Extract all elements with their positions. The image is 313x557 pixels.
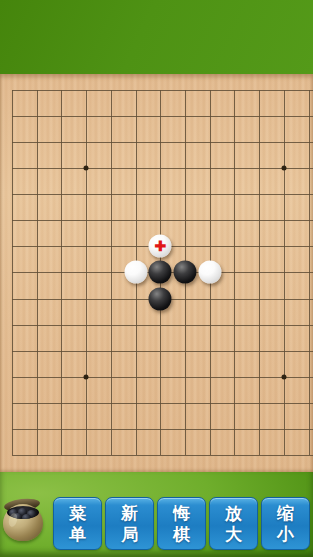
star-point: [84, 374, 89, 379]
white-stone: [198, 261, 221, 284]
star-point: [281, 374, 286, 379]
star-point: [281, 166, 286, 171]
grid-line-horizontal: [12, 351, 313, 352]
grid-line-horizontal: [12, 90, 313, 91]
grid-line-vertical: [234, 90, 235, 455]
last-move-marker-icon: ✚: [154, 239, 166, 253]
black-stone: [174, 261, 197, 284]
grid-line-horizontal: [12, 168, 313, 169]
undo-button[interactable]: 悔 棋: [157, 497, 206, 550]
menu-button[interactable]: 菜 单: [53, 497, 102, 550]
app-screen: ✚ 菜 单 新 局 悔 棋 放 大 缩 小: [0, 0, 313, 557]
grid-line-horizontal: [12, 455, 313, 456]
star-point: [84, 166, 89, 171]
grid-line-vertical: [259, 90, 260, 455]
goban-board[interactable]: ✚: [0, 74, 313, 472]
grid-line-vertical: [309, 90, 310, 455]
zoom-out-button[interactable]: 缩 小: [261, 497, 310, 550]
grid-line-horizontal: [12, 429, 313, 430]
grid-line-horizontal: [12, 194, 313, 195]
black-stone: [149, 261, 172, 284]
black-stone: [149, 287, 172, 310]
grid-line-horizontal: [12, 220, 313, 221]
grid-line-horizontal: [12, 116, 313, 117]
grid-line-horizontal: [12, 325, 313, 326]
grid-line-horizontal: [12, 403, 313, 404]
grid-line-horizontal: [12, 142, 313, 143]
grid-line-horizontal: [12, 377, 313, 378]
zoom-in-button[interactable]: 放 大: [209, 497, 258, 550]
stone-bowl-icon: [3, 495, 43, 545]
top-background: [0, 0, 313, 74]
bottom-toolbar: 菜 单 新 局 悔 棋 放 大 缩 小: [0, 472, 313, 557]
white-stone: ✚: [149, 235, 172, 258]
grid-line-vertical: [284, 90, 285, 455]
new-game-button[interactable]: 新 局: [105, 497, 154, 550]
bowl-black-stone: [22, 514, 31, 519]
white-stone: [124, 261, 147, 284]
